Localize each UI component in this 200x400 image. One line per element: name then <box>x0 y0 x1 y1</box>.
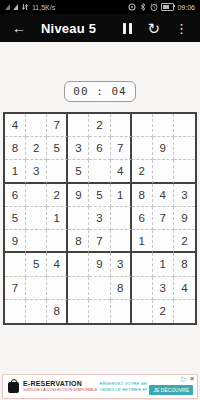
cell-r3c7[interactable]: 2 <box>132 160 153 183</box>
cell-r3c2[interactable]: 3 <box>26 160 47 183</box>
cell-r6c1[interactable]: 9 <box>5 230 26 253</box>
battery-icon <box>161 3 174 11</box>
cell-r5c6[interactable] <box>111 207 132 230</box>
cell-r1c3[interactable]: 7 <box>47 114 68 137</box>
cell-r6c4[interactable]: 8 <box>68 230 89 253</box>
cell-r7c4[interactable] <box>68 253 89 276</box>
cell-r4c1[interactable]: 6 <box>5 184 26 207</box>
cell-r4c9[interactable]: 3 <box>174 184 195 207</box>
ad-close-icon[interactable]: × <box>190 375 194 382</box>
cell-r1c6[interactable] <box>111 114 132 137</box>
data-saver-icon <box>128 3 136 11</box>
cell-r9c1[interactable] <box>5 300 26 323</box>
cell-r4c4[interactable]: 9 <box>68 184 89 207</box>
sudoku-app-screen: 11,5K/s 09:06 ← Niveau 5 ↻ ⋮ <box>0 0 200 400</box>
cell-r5c2[interactable] <box>26 207 47 230</box>
cell-r3c4[interactable]: 5 <box>68 160 89 183</box>
app-bar: ← Niveau 5 ↻ ⋮ <box>0 14 200 42</box>
cell-r7c2[interactable]: 5 <box>26 253 47 276</box>
cell-r8c5[interactable] <box>89 277 110 300</box>
cell-r3c3[interactable] <box>47 160 68 183</box>
cell-r5c8[interactable]: 7 <box>153 207 174 230</box>
cell-r3c9[interactable] <box>174 160 195 183</box>
cell-r1c2[interactable] <box>26 114 47 137</box>
cell-r8c9[interactable]: 4 <box>174 277 195 300</box>
cell-r7c6[interactable]: 3 <box>111 253 132 276</box>
signal-icon <box>13 4 18 10</box>
cell-r6c2[interactable] <box>26 230 47 253</box>
sudoku-board: 4728253679135426295184351367998712549318… <box>3 112 197 325</box>
ad-subtitle: 100% DE LA COLLECTION DISPONIBLE <box>23 388 97 393</box>
adchoices-icon[interactable]: ▷ <box>182 375 187 382</box>
cell-r9c8[interactable]: 2 <box>153 300 174 323</box>
cell-r8c7[interactable] <box>132 277 153 300</box>
restart-icon[interactable]: ↻ <box>147 21 160 36</box>
cell-r1c1[interactable]: 4 <box>5 114 26 137</box>
cell-r5c3[interactable]: 1 <box>47 207 68 230</box>
cell-r7c5[interactable]: 9 <box>89 253 110 276</box>
cell-r2c7[interactable] <box>132 137 153 160</box>
cell-r9c9[interactable] <box>174 300 195 323</box>
cell-r2c4[interactable]: 3 <box>68 137 89 160</box>
ad-promo-text: RÉSERVEZ VOTRE SHOPPING EN LIGNE VENEZ L… <box>97 381 149 392</box>
cell-r9c4[interactable] <box>68 300 89 323</box>
cell-r7c7[interactable] <box>132 253 153 276</box>
cell-r7c3[interactable]: 4 <box>47 253 68 276</box>
cell-r5c7[interactable]: 6 <box>132 207 153 230</box>
cell-r4c3[interactable]: 2 <box>47 184 68 207</box>
cell-r6c7[interactable]: 1 <box>132 230 153 253</box>
overflow-menu-icon[interactable]: ⋮ <box>175 22 188 35</box>
cell-r5c5[interactable]: 3 <box>89 207 110 230</box>
cell-r7c1[interactable] <box>5 253 26 276</box>
cell-r2c2[interactable]: 2 <box>26 137 47 160</box>
cell-r7c8[interactable]: 1 <box>153 253 174 276</box>
cell-r7c9[interactable]: 8 <box>174 253 195 276</box>
cell-r2c5[interactable]: 6 <box>89 137 110 160</box>
main-area: 00 : 04 47282536791354262951843513679987… <box>0 42 200 400</box>
status-bar: 11,5K/s 09:06 <box>0 0 200 14</box>
cell-r9c5[interactable] <box>89 300 110 323</box>
status-left: 11,5K/s <box>5 3 55 11</box>
ad-banner[interactable]: E-RESERVATION 100% DE LA COLLECTION DISP… <box>2 374 198 399</box>
cell-r3c6[interactable]: 4 <box>111 160 132 183</box>
cell-r4c7[interactable]: 8 <box>132 184 153 207</box>
cell-r5c1[interactable]: 5 <box>5 207 26 230</box>
ad-controls: ▷ × <box>182 375 194 382</box>
cell-r8c4[interactable] <box>68 277 89 300</box>
cell-r2c1[interactable]: 8 <box>5 137 26 160</box>
back-icon[interactable]: ← <box>12 21 26 35</box>
cell-r6c6[interactable] <box>111 230 132 253</box>
pause-icon[interactable] <box>123 23 132 34</box>
ad-text-block: E-RESERVATION 100% DE LA COLLECTION DISP… <box>23 380 97 393</box>
cell-r1c8[interactable] <box>153 114 174 137</box>
cell-r9c3[interactable]: 8 <box>47 300 68 323</box>
cell-r4c6[interactable]: 1 <box>111 184 132 207</box>
shopping-bag-icon <box>8 382 19 393</box>
cell-r2c3[interactable]: 5 <box>47 137 68 160</box>
network-speed: 11,5K/s <box>32 4 55 11</box>
cell-r6c9[interactable]: 2 <box>174 230 195 253</box>
cell-r5c9[interactable]: 9 <box>174 207 195 230</box>
cell-r8c6[interactable]: 8 <box>111 277 132 300</box>
cell-r1c9[interactable] <box>174 114 195 137</box>
status-right: 09:06 <box>128 3 195 11</box>
cell-r1c7[interactable] <box>132 114 153 137</box>
cell-r8c3[interactable] <box>47 277 68 300</box>
cell-r6c8[interactable] <box>153 230 174 253</box>
app-bar-actions: ↻ ⋮ <box>123 21 188 36</box>
cell-r2c8[interactable]: 9 <box>153 137 174 160</box>
cell-r9c7[interactable] <box>132 300 153 323</box>
alarm-icon <box>150 3 158 11</box>
cell-r3c5[interactable] <box>89 160 110 183</box>
cell-r8c2[interactable] <box>26 277 47 300</box>
bluetooth-icon <box>139 3 147 11</box>
cell-r2c6[interactable]: 7 <box>111 137 132 160</box>
ad-promo-line2: VENEZ LE RETIRER EN MAGASIN <box>99 387 147 393</box>
cell-r1c4[interactable] <box>68 114 89 137</box>
status-time: 09:06 <box>177 4 195 11</box>
cell-r1c5[interactable]: 2 <box>89 114 110 137</box>
page-title: Niveau 5 <box>41 21 96 36</box>
cell-r3c8[interactable] <box>153 160 174 183</box>
ad-promo-line1: RÉSERVEZ VOTRE SHOPPING EN LIGNE <box>99 381 147 387</box>
game-timer: 00 : 04 <box>64 81 135 102</box>
ad-cta-button[interactable]: JE DÉCOUVRE <box>149 385 193 395</box>
cell-r4c2[interactable] <box>26 184 47 207</box>
cell-r5c4[interactable] <box>68 207 89 230</box>
cell-r9c2[interactable] <box>26 300 47 323</box>
cell-r4c5[interactable]: 5 <box>89 184 110 207</box>
cell-r8c8[interactable]: 3 <box>153 277 174 300</box>
cell-r6c3[interactable] <box>47 230 68 253</box>
network-arrows-icon <box>21 3 29 11</box>
cell-r4c8[interactable]: 4 <box>153 184 174 207</box>
cell-r6c5[interactable]: 7 <box>89 230 110 253</box>
cell-r2c9[interactable] <box>174 137 195 160</box>
cell-r8c1[interactable]: 7 <box>5 277 26 300</box>
cell-r9c6[interactable] <box>111 300 132 323</box>
cell-r3c1[interactable]: 1 <box>5 160 26 183</box>
signal-icon <box>5 4 10 10</box>
